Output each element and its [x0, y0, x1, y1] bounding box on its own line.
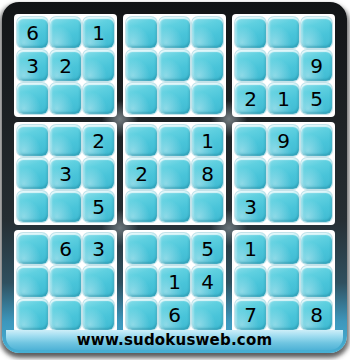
cell-r6c5[interactable] — [159, 191, 190, 222]
cell-r6c2[interactable] — [50, 191, 81, 222]
cell-r9c2[interactable] — [50, 299, 81, 330]
cell-r8c2[interactable] — [50, 266, 81, 297]
cell-r4c9[interactable] — [301, 125, 332, 156]
sudoku-box-8: 5146 — [123, 230, 226, 333]
cell-r4c1[interactable] — [17, 125, 48, 156]
cell-r1c5[interactable] — [159, 17, 190, 48]
cell-r8c7[interactable] — [235, 266, 266, 297]
cell-r2c5[interactable] — [159, 50, 190, 81]
cell-r2c1: 3 — [17, 50, 48, 81]
cell-r9c3[interactable] — [83, 299, 114, 330]
cell-r5c8[interactable] — [268, 158, 299, 189]
sudoku-box-9: 178 — [232, 230, 335, 333]
sudoku-box-6: 93 — [232, 122, 335, 225]
cell-r5c7[interactable] — [235, 158, 266, 189]
cell-r4c4[interactable] — [126, 125, 157, 156]
cell-r7c8[interactable] — [268, 233, 299, 264]
sudoku-box-3: 9215 — [232, 14, 335, 117]
cell-r7c3: 3 — [83, 233, 114, 264]
cell-r7c1[interactable] — [17, 233, 48, 264]
cell-r2c6[interactable] — [192, 50, 223, 81]
cell-r5c1[interactable] — [17, 158, 48, 189]
cell-r4c5[interactable] — [159, 125, 190, 156]
cell-r2c2: 2 — [50, 50, 81, 81]
cell-r9c7: 7 — [235, 299, 266, 330]
cell-r5c6: 8 — [192, 158, 223, 189]
cell-r9c4[interactable] — [126, 299, 157, 330]
cell-r2c3[interactable] — [83, 50, 114, 81]
cell-r8c8[interactable] — [268, 266, 299, 297]
cell-r4c2[interactable] — [50, 125, 81, 156]
cell-r1c9[interactable] — [301, 17, 332, 48]
cell-r2c8[interactable] — [268, 50, 299, 81]
cell-r8c1[interactable] — [17, 266, 48, 297]
cell-r3c3[interactable] — [83, 83, 114, 114]
cell-r4c7[interactable] — [235, 125, 266, 156]
cell-r3c8: 1 — [268, 83, 299, 114]
cell-r4c8: 9 — [268, 125, 299, 156]
cell-r5c2: 3 — [50, 158, 81, 189]
cell-r9c1[interactable] — [17, 299, 48, 330]
cell-r8c6: 4 — [192, 266, 223, 297]
cell-r9c6[interactable] — [192, 299, 223, 330]
sudoku-box-4: 235 — [14, 122, 117, 225]
cell-r3c9: 5 — [301, 83, 332, 114]
cell-r5c5[interactable] — [159, 158, 190, 189]
cell-r7c2: 6 — [50, 233, 81, 264]
cell-r5c4: 2 — [126, 158, 157, 189]
cell-r6c7: 3 — [235, 191, 266, 222]
sudoku-box-7: 63 — [14, 230, 117, 333]
cell-r1c3: 1 — [83, 17, 114, 48]
cell-r6c3: 5 — [83, 191, 114, 222]
cell-r1c8[interactable] — [268, 17, 299, 48]
cell-r1c1: 6 — [17, 17, 48, 48]
sudoku-box-2 — [123, 14, 226, 117]
cell-r8c4[interactable] — [126, 266, 157, 297]
site-banner: www.sudokusweb.com — [6, 330, 343, 350]
cell-r9c9: 8 — [301, 299, 332, 330]
sudoku-page: 6132921523512893635146178 www.sudokusweb… — [0, 0, 350, 360]
site-url-link[interactable]: www.sudokusweb.com — [77, 331, 272, 349]
cell-r6c6[interactable] — [192, 191, 223, 222]
cell-r3c5[interactable] — [159, 83, 190, 114]
sudoku-box-1: 6132 — [14, 14, 117, 117]
cell-r3c6[interactable] — [192, 83, 223, 114]
cell-r7c5[interactable] — [159, 233, 190, 264]
cell-r5c3[interactable] — [83, 158, 114, 189]
cell-r9c8[interactable] — [268, 299, 299, 330]
cell-r1c6[interactable] — [192, 17, 223, 48]
sudoku-grid: 6132921523512893635146178 — [14, 14, 335, 333]
cell-r3c7: 2 — [235, 83, 266, 114]
cell-r6c4[interactable] — [126, 191, 157, 222]
cell-r6c8[interactable] — [268, 191, 299, 222]
cell-r5c9[interactable] — [301, 158, 332, 189]
cell-r3c1[interactable] — [17, 83, 48, 114]
cell-r6c9[interactable] — [301, 191, 332, 222]
cell-r6c1[interactable] — [17, 191, 48, 222]
cell-r3c4[interactable] — [126, 83, 157, 114]
cell-r3c2[interactable] — [50, 83, 81, 114]
sudoku-box-5: 128 — [123, 122, 226, 225]
sudoku-board: 6132921523512893635146178 www.sudokusweb… — [2, 2, 347, 353]
cell-r1c7[interactable] — [235, 17, 266, 48]
cell-r4c6: 1 — [192, 125, 223, 156]
cell-r2c4[interactable] — [126, 50, 157, 81]
cell-r7c7: 1 — [235, 233, 266, 264]
cell-r1c4[interactable] — [126, 17, 157, 48]
cell-r7c9[interactable] — [301, 233, 332, 264]
cell-r7c6: 5 — [192, 233, 223, 264]
cell-r8c5: 1 — [159, 266, 190, 297]
cell-r2c7[interactable] — [235, 50, 266, 81]
cell-r2c9: 9 — [301, 50, 332, 81]
cell-r7c4[interactable] — [126, 233, 157, 264]
cell-r8c3[interactable] — [83, 266, 114, 297]
cell-r8c9[interactable] — [301, 266, 332, 297]
cell-r9c5: 6 — [159, 299, 190, 330]
cell-r1c2[interactable] — [50, 17, 81, 48]
cell-r4c3: 2 — [83, 125, 114, 156]
